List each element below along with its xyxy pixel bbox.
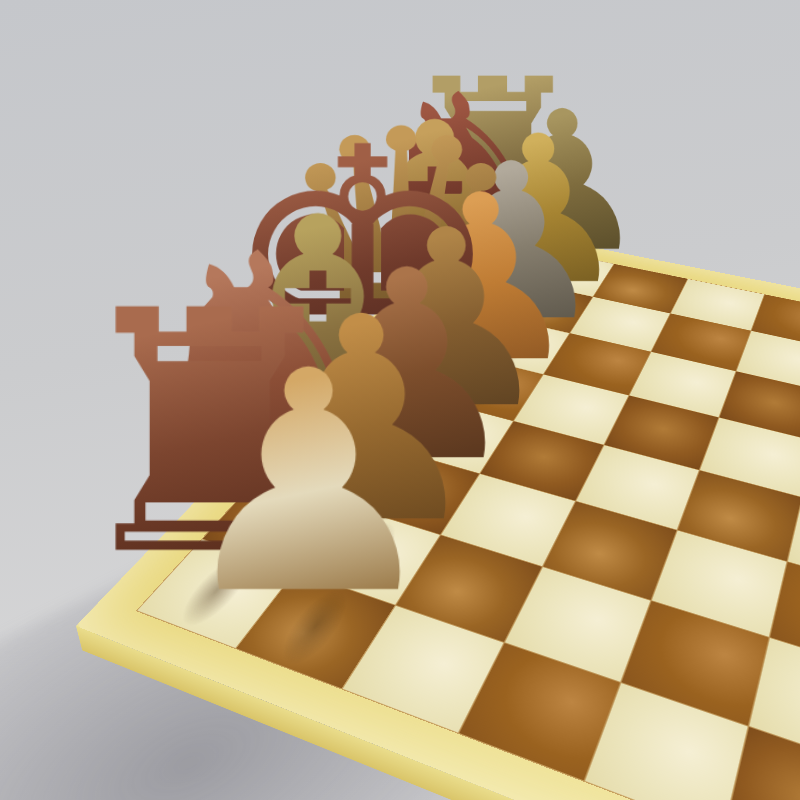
board-slab: ♟♟♟♟♟♟♟♟♜♞♝♛♚♝♞♜ [76, 222, 800, 800]
square-f5 [652, 531, 786, 637]
chessboard-photo-scene: ♟♟♟♟♟♟♟♟♜♞♝♛♚♝♞♜ [0, 0, 800, 800]
board-grid: ♟♟♟♟♟♟♟♟♜♞♝♛♚♝♞♜ [137, 236, 800, 800]
piece-pawn-h2: ♟ [70, 344, 548, 624]
